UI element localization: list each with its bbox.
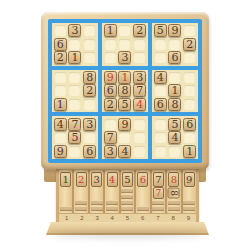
tray-slot-8[interactable]: 88 — [167, 170, 180, 217]
tray-slots: 12345677889 — [59, 170, 196, 214]
board-cell-empty[interactable] — [68, 84, 83, 98]
board-cell-empty[interactable] — [103, 38, 118, 52]
board-cell-empty[interactable] — [68, 144, 83, 158]
board-tile[interactable]: 9 — [53, 144, 68, 158]
tile-number: 1 — [104, 24, 117, 37]
tray-blank-tile[interactable] — [121, 200, 133, 205]
cell-recess — [69, 72, 80, 83]
board-cell-empty[interactable] — [132, 51, 147, 65]
cell-recess — [119, 25, 130, 36]
cell-recess — [169, 72, 180, 83]
tray-blank-tile[interactable] — [121, 188, 133, 193]
board-cell-empty[interactable] — [68, 98, 83, 112]
cell-recess — [169, 39, 180, 50]
board-tile[interactable]: 3 — [82, 117, 97, 131]
cell-recess — [69, 39, 80, 50]
board-cell-empty[interactable] — [153, 38, 168, 52]
board-cell-empty[interactable] — [118, 131, 133, 145]
cell-recess — [184, 132, 195, 143]
cell-recess — [55, 132, 66, 143]
tile-number: 3 — [133, 71, 146, 84]
tray-tile[interactable]: 4 — [107, 172, 118, 187]
board-tile[interactable]: 2 — [132, 24, 147, 38]
floor-shadow — [52, 232, 203, 238]
board-tile[interactable]: 6 — [153, 98, 168, 112]
board-cell-empty[interactable] — [82, 38, 97, 52]
board-cell-empty[interactable] — [153, 144, 168, 158]
tray-tile[interactable]: 8 — [168, 188, 180, 199]
tile-number: 3 — [83, 118, 96, 131]
tray-slot-9[interactable]: 9 — [183, 170, 196, 217]
tray-tile[interactable]: 1 — [60, 172, 71, 187]
board-tile[interactable]: 1 — [68, 51, 83, 65]
board-tile[interactable]: 7 — [132, 84, 147, 98]
tile-number: 7 — [104, 131, 117, 144]
board-tile[interactable]: 5 — [118, 98, 133, 112]
cell-recess — [155, 146, 166, 157]
board-cell-empty[interactable] — [132, 117, 147, 131]
slot-label: 2 — [74, 214, 89, 222]
tile-number: 1 — [183, 145, 196, 158]
cell-recess — [184, 52, 195, 63]
tile-drawer[interactable]: 12345677889 123456789 — [56, 169, 199, 222]
board-cell-empty[interactable] — [182, 98, 197, 112]
sudoku-grid: 3621123592682191368725441684735969734564… — [48, 19, 202, 163]
tray-tile[interactable]: 5 — [122, 172, 133, 187]
slot-label: 8 — [166, 214, 181, 222]
board-tile[interactable]: 7 — [68, 117, 83, 131]
board-cell-empty[interactable] — [153, 117, 168, 131]
board-tile[interactable]: 6 — [53, 38, 68, 52]
cell-recess — [134, 119, 145, 130]
board-cell-empty[interactable] — [168, 38, 183, 52]
slot-label: 4 — [105, 214, 120, 222]
board-tile[interactable]: 8 — [82, 71, 97, 85]
board-cell-empty[interactable] — [82, 98, 97, 112]
cell-recess — [84, 25, 95, 36]
cell-recess — [69, 146, 80, 157]
tray-slot-6[interactable]: 6 — [136, 170, 149, 217]
tile-number: 4 — [133, 98, 146, 111]
board-tile[interactable]: 5 — [168, 117, 183, 131]
tile-number: 6 — [83, 145, 96, 158]
tray-blank-tile[interactable] — [91, 206, 103, 211]
tile-number: 4 — [54, 118, 67, 131]
board-tile[interactable]: 9 — [118, 117, 133, 131]
board-cell-empty[interactable] — [132, 38, 147, 52]
sudoku-box: 4168 — [152, 70, 198, 113]
tray-slot-7[interactable]: 77 — [152, 170, 165, 217]
board-tile[interactable]: 1 — [168, 84, 183, 98]
board-cell-empty[interactable] — [53, 24, 68, 38]
cell-recess — [119, 132, 130, 143]
board-cell-empty[interactable] — [118, 24, 133, 38]
board-tile[interactable]: 2 — [103, 98, 118, 112]
tile-number: 2 — [54, 51, 67, 64]
slot-label: 5 — [120, 214, 135, 222]
tray-tile[interactable]: 3 — [91, 172, 102, 187]
tile-number: 4 — [154, 71, 167, 84]
tile-number: 9 — [54, 145, 67, 158]
cell-recess — [184, 85, 195, 96]
board-cell-empty[interactable] — [53, 71, 68, 85]
board-tile[interactable]: 1 — [118, 71, 133, 85]
board-tile[interactable]: 1 — [53, 98, 68, 112]
tile-number: 5 — [154, 24, 167, 37]
board-cell-empty[interactable] — [103, 117, 118, 131]
board-tile[interactable]: 7 — [103, 131, 118, 145]
cell-recess — [169, 146, 180, 157]
board-cell-empty[interactable] — [182, 84, 197, 98]
board-cell-empty[interactable] — [68, 38, 83, 52]
sudoku-box: 913687254 — [102, 70, 148, 113]
board-cell-empty[interactable] — [53, 131, 68, 145]
cell-recess — [155, 119, 166, 130]
cell-recess — [155, 52, 166, 63]
tile-number: 1 — [118, 71, 131, 84]
slot-label: 7 — [150, 214, 165, 222]
tray-blank-tile[interactable] — [152, 206, 164, 211]
board-tile[interactable]: 2 — [82, 84, 97, 98]
board-tile[interactable]: 2 — [53, 51, 68, 65]
board-tile[interactable]: 6 — [103, 84, 118, 98]
cell-recess — [134, 146, 145, 157]
tray-tile[interactable]: 7 — [153, 172, 164, 187]
sudoku-box: 5641 — [152, 116, 198, 159]
tile-number: 1 — [68, 51, 81, 64]
wooden-sudoku-game: 3621123592682191368725441684735969734564… — [0, 0, 250, 250]
tile-number: 3 — [118, 51, 131, 64]
board-cell-empty[interactable] — [53, 84, 68, 98]
tile-number: 9 — [118, 118, 131, 131]
board-cell-empty[interactable] — [132, 131, 147, 145]
cell-recess — [55, 25, 66, 36]
tray-blank-tile[interactable] — [121, 206, 133, 211]
board-cell-empty[interactable] — [68, 71, 83, 85]
tile-number: 6 — [104, 84, 117, 97]
slot-label: 6 — [135, 214, 150, 222]
slot-label: 9 — [181, 214, 196, 222]
tray-blank-tile[interactable] — [152, 200, 164, 205]
slot-label: 3 — [89, 214, 104, 222]
board-tile[interactable]: 3 — [103, 144, 118, 158]
board-tile[interactable]: 1 — [103, 24, 118, 38]
cell-recess — [105, 39, 116, 50]
tray-tile[interactable]: 6 — [137, 172, 148, 187]
cell-recess — [69, 99, 80, 110]
tile-number: 8 — [83, 71, 96, 84]
board-tile[interactable]: 3 — [68, 24, 83, 38]
board-cell-empty[interactable] — [153, 84, 168, 98]
sudoku-box: 5926 — [152, 23, 198, 66]
cell-recess — [69, 85, 80, 96]
cell-recess — [155, 132, 166, 143]
cell-recess — [105, 52, 116, 63]
board-cell-empty[interactable] — [82, 131, 97, 145]
cell-recess — [119, 39, 130, 50]
tile-number: 6 — [183, 118, 196, 131]
cell-recess — [134, 39, 145, 50]
board-cell-empty[interactable] — [153, 131, 168, 145]
tile-number: 7 — [68, 118, 81, 131]
board-tile[interactable]: 4 — [132, 98, 147, 112]
board-cell-empty[interactable] — [182, 51, 197, 65]
board-tile[interactable]: 3 — [118, 51, 133, 65]
board-tile[interactable]: 3 — [132, 71, 147, 85]
tray-slot-4[interactable]: 4 — [105, 170, 118, 217]
board-tile[interactable]: 1 — [182, 144, 197, 158]
board-tile[interactable]: 5 — [68, 131, 83, 145]
cell-recess — [184, 25, 195, 36]
sudoku-box: 123 — [102, 23, 148, 66]
tray-slot-5[interactable]: 5 — [121, 170, 134, 217]
cell-recess — [84, 39, 95, 50]
board-cell-empty[interactable] — [118, 38, 133, 52]
tray-slot-3[interactable]: 3 — [90, 170, 103, 217]
board-cell-empty[interactable] — [153, 51, 168, 65]
cell-recess — [134, 132, 145, 143]
tile-number: 6 — [168, 51, 181, 64]
board-tile[interactable]: 5 — [153, 24, 168, 38]
tile-number: 1 — [54, 98, 67, 111]
tray-blank-tile[interactable] — [183, 206, 195, 211]
tray-blank-tile[interactable] — [168, 200, 180, 205]
board-cell-empty[interactable] — [182, 131, 197, 145]
tile-number: 2 — [83, 84, 96, 97]
cell-recess — [105, 119, 116, 130]
board-cell-empty[interactable] — [132, 144, 147, 158]
tray-blank-tile[interactable] — [91, 200, 103, 205]
tray-blank-tile[interactable] — [106, 200, 118, 205]
board-tile[interactable]: 8 — [118, 84, 133, 98]
tile-number: 7 — [133, 84, 146, 97]
board-cell-empty[interactable] — [82, 51, 97, 65]
tray-blank-tile[interactable] — [168, 206, 180, 211]
sudoku-board-frame: 3621123592682191368725441684735969734564… — [41, 12, 209, 170]
cell-recess — [184, 72, 195, 83]
tray-blank-tile[interactable] — [183, 200, 195, 205]
tile-number: 3 — [68, 24, 81, 37]
tray-tile[interactable]: 7 — [153, 187, 164, 199]
board-cell-empty[interactable] — [182, 71, 197, 85]
sudoku-box: 821 — [52, 70, 98, 113]
cell-recess — [155, 39, 166, 50]
cell-recess — [55, 72, 66, 83]
tile-number: 5 — [168, 118, 181, 131]
slot-labels: 123456789 — [59, 213, 196, 222]
tile-number: 5 — [118, 98, 131, 111]
tray-tile[interactable]: 8 — [168, 172, 179, 187]
board-cell-empty[interactable] — [82, 24, 97, 38]
tray-blank-tile[interactable] — [121, 194, 133, 199]
tray-blank-tile[interactable] — [75, 200, 87, 205]
board-tile[interactable]: 2 — [182, 38, 197, 52]
tile-number: 2 — [183, 38, 196, 51]
cell-recess — [55, 85, 66, 96]
board-cell-empty[interactable] — [182, 24, 197, 38]
board-tile[interactable]: 9 — [103, 71, 118, 85]
board-tile[interactable]: 9 — [168, 24, 183, 38]
tile-number: 8 — [118, 84, 131, 97]
cell-recess — [84, 132, 95, 143]
sudoku-box: 9734 — [102, 116, 148, 159]
board-tile[interactable]: 4 — [153, 71, 168, 85]
slot-label: 1 — [59, 214, 74, 222]
tray-blank-tile[interactable] — [137, 206, 149, 211]
board-cell-empty[interactable] — [168, 71, 183, 85]
tray-blank-tile[interactable] — [60, 206, 72, 211]
board-tile[interactable]: 4 — [168, 131, 183, 145]
cell-recess — [134, 52, 145, 63]
sudoku-box: 3621 — [52, 23, 98, 66]
tile-number: 9 — [104, 71, 117, 84]
tray-tile[interactable]: 9 — [184, 172, 195, 187]
tile-number: 9 — [168, 24, 181, 37]
tray-tile[interactable]: 2 — [76, 172, 87, 187]
tray-slot-2[interactable]: 2 — [74, 170, 87, 217]
board-tile[interactable]: 6 — [182, 117, 197, 131]
tile-number: 4 — [118, 145, 131, 158]
cell-recess — [184, 99, 195, 110]
cell-recess — [155, 85, 166, 96]
tile-number: 2 — [104, 98, 117, 111]
tile-number: 3 — [104, 145, 117, 158]
cell-recess — [84, 99, 95, 110]
tile-number: 6 — [54, 38, 67, 51]
board-tile[interactable]: 8 — [168, 98, 183, 112]
tile-number: 6 — [154, 98, 167, 111]
cell-recess — [84, 52, 95, 63]
board-tile[interactable]: 4 — [118, 144, 133, 158]
tray-blank-tile[interactable] — [75, 206, 87, 211]
board-cell-empty[interactable] — [103, 51, 118, 65]
tray-blank-tile[interactable] — [106, 206, 118, 211]
tile-number: 8 — [168, 98, 181, 111]
board-tile[interactable]: 6 — [82, 144, 97, 158]
tile-number: 4 — [168, 131, 181, 144]
sudoku-box: 473596 — [52, 116, 98, 159]
board-tile[interactable]: 4 — [53, 117, 68, 131]
tile-number: 2 — [133, 24, 146, 37]
tile-number: 1 — [168, 84, 181, 97]
tray-slot-1[interactable]: 1 — [59, 170, 72, 217]
board-cell-empty[interactable] — [168, 144, 183, 158]
tile-number: 5 — [68, 131, 81, 144]
board-tile[interactable]: 6 — [168, 51, 183, 65]
